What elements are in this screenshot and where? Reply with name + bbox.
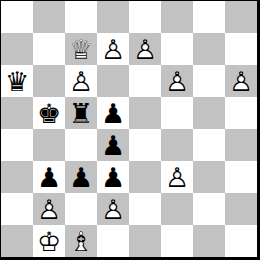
square-f1[interactable]	[161, 225, 193, 257]
piece-white-bishop-fill: ♝	[65, 225, 97, 257]
square-f7[interactable]	[161, 33, 193, 65]
square-h4[interactable]	[225, 129, 257, 161]
square-a8[interactable]	[1, 1, 33, 33]
square-c4[interactable]	[65, 129, 97, 161]
piece-white-pawn-fill: ♟	[161, 161, 193, 193]
square-c3[interactable]: ♟	[65, 161, 97, 193]
piece-white-pawn: ♙	[225, 65, 257, 97]
square-g6[interactable]	[193, 65, 225, 97]
square-a5[interactable]	[1, 97, 33, 129]
piece-white-pawn: ♙	[97, 193, 129, 225]
square-b5[interactable]: ♚	[33, 97, 65, 129]
piece-white-pawn: ♙	[129, 33, 161, 65]
square-a4[interactable]	[1, 129, 33, 161]
square-c2[interactable]	[65, 193, 97, 225]
square-g3[interactable]	[193, 161, 225, 193]
square-a6[interactable]: ♛	[1, 65, 33, 97]
square-h1[interactable]	[225, 225, 257, 257]
square-d1[interactable]	[97, 225, 129, 257]
square-e2[interactable]	[129, 193, 161, 225]
square-d5[interactable]: ♟	[97, 97, 129, 129]
square-b4[interactable]	[33, 129, 65, 161]
piece-white-pawn: ♙	[161, 65, 193, 97]
piece-white-pawn-fill: ♟	[65, 65, 97, 97]
piece-black-king: ♚	[33, 97, 65, 129]
piece-white-pawn-fill: ♟	[225, 65, 257, 97]
piece-white-bishop: ♗	[65, 225, 97, 257]
piece-white-pawn-fill: ♟	[97, 193, 129, 225]
square-c1[interactable]: ♝♗	[65, 225, 97, 257]
square-c5[interactable]: ♜	[65, 97, 97, 129]
piece-white-king: ♔	[33, 225, 65, 257]
square-d7[interactable]: ♟♙	[97, 33, 129, 65]
square-a3[interactable]	[1, 161, 33, 193]
piece-white-queen-fill: ♛	[65, 33, 97, 65]
piece-black-pawn: ♟	[97, 161, 129, 193]
square-e1[interactable]	[129, 225, 161, 257]
square-a7[interactable]	[1, 33, 33, 65]
piece-white-pawn: ♙	[161, 161, 193, 193]
piece-black-pawn: ♟	[33, 161, 65, 193]
piece-white-pawn: ♙	[97, 33, 129, 65]
square-a2[interactable]	[1, 193, 33, 225]
square-h6[interactable]: ♟♙	[225, 65, 257, 97]
square-a1[interactable]	[1, 225, 33, 257]
piece-black-pawn: ♟	[97, 97, 129, 129]
square-d2[interactable]: ♟♙	[97, 193, 129, 225]
square-h5[interactable]	[225, 97, 257, 129]
square-g8[interactable]	[193, 1, 225, 33]
square-e4[interactable]	[129, 129, 161, 161]
piece-white-queen: ♕	[65, 33, 97, 65]
piece-black-rook: ♜	[65, 97, 97, 129]
piece-white-pawn: ♙	[33, 193, 65, 225]
piece-white-pawn-fill: ♟	[97, 33, 129, 65]
square-b3[interactable]: ♟	[33, 161, 65, 193]
square-h2[interactable]	[225, 193, 257, 225]
square-h7[interactable]	[225, 33, 257, 65]
chess-board: ♛♕♟♙♟♙♛♟♙♟♙♟♙♚♜♟♟♟♟♟♟♙♟♙♟♙♚♔♝♗	[0, 0, 260, 260]
square-b6[interactable]	[33, 65, 65, 97]
square-b7[interactable]	[33, 33, 65, 65]
square-g4[interactable]	[193, 129, 225, 161]
square-b8[interactable]	[33, 1, 65, 33]
square-b1[interactable]: ♚♔	[33, 225, 65, 257]
square-e5[interactable]	[129, 97, 161, 129]
piece-black-queen: ♛	[1, 65, 33, 97]
square-d3[interactable]: ♟	[97, 161, 129, 193]
square-e8[interactable]	[129, 1, 161, 33]
square-e3[interactable]	[129, 161, 161, 193]
square-f2[interactable]	[161, 193, 193, 225]
square-g5[interactable]	[193, 97, 225, 129]
piece-white-pawn-fill: ♟	[129, 33, 161, 65]
square-d8[interactable]	[97, 1, 129, 33]
square-f3[interactable]: ♟♙	[161, 161, 193, 193]
square-e7[interactable]: ♟♙	[129, 33, 161, 65]
square-c6[interactable]: ♟♙	[65, 65, 97, 97]
square-f4[interactable]	[161, 129, 193, 161]
piece-white-king-fill: ♚	[33, 225, 65, 257]
square-f8[interactable]	[161, 1, 193, 33]
square-d4[interactable]: ♟	[97, 129, 129, 161]
piece-white-pawn-fill: ♟	[33, 193, 65, 225]
square-c7[interactable]: ♛♕	[65, 33, 97, 65]
square-h3[interactable]	[225, 161, 257, 193]
square-g1[interactable]	[193, 225, 225, 257]
square-e6[interactable]	[129, 65, 161, 97]
square-d6[interactable]	[97, 65, 129, 97]
piece-white-pawn: ♙	[65, 65, 97, 97]
square-h8[interactable]	[225, 1, 257, 33]
square-f5[interactable]	[161, 97, 193, 129]
square-g2[interactable]	[193, 193, 225, 225]
square-b2[interactable]: ♟♙	[33, 193, 65, 225]
chess-diagram: ♛♕♟♙♟♙♛♟♙♟♙♟♙♚♜♟♟♟♟♟♟♙♟♙♟♙♚♔♝♗	[0, 0, 260, 260]
piece-black-pawn: ♟	[65, 161, 97, 193]
piece-black-pawn: ♟	[97, 129, 129, 161]
piece-white-pawn-fill: ♟	[161, 65, 193, 97]
square-g7[interactable]	[193, 33, 225, 65]
square-c8[interactable]	[65, 1, 97, 33]
square-f6[interactable]: ♟♙	[161, 65, 193, 97]
